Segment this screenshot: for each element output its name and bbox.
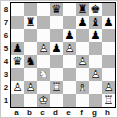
file-label-g: g (88, 108, 101, 118)
file-label-c: c (36, 108, 49, 118)
square-e8[interactable] (63, 3, 76, 16)
square-f2[interactable]: ♝♗ (76, 81, 89, 94)
square-h6[interactable] (102, 29, 115, 42)
white-bishop: ♝♗ (76, 81, 89, 94)
black-pawn: ♟ (89, 29, 102, 42)
square-d8[interactable]: ♛ (50, 3, 63, 16)
black-pawn: ♟ (50, 42, 63, 55)
black-queen: ♛ (50, 3, 63, 16)
chess-board: ♛♜♚♜♟♝♟♟♟♟♟♙♟♟♙♛♞♟♙♞♘♟♙♟♙♟♙♜♖♝♗♟♙♚♔♜♖ (10, 2, 116, 108)
white-pawn: ♟♙ (89, 68, 102, 81)
square-c3[interactable]: ♞♘ (37, 68, 50, 81)
black-knight-glyph: ♞ (25, 54, 35, 68)
square-a1[interactable] (11, 94, 24, 107)
file-label-d: d (49, 108, 62, 118)
rank-label-5: 5 (2, 42, 10, 55)
file-label-f: f (75, 108, 88, 118)
white-rook: ♜♖ (102, 94, 115, 107)
white-pawn-glyph: ♙ (64, 41, 74, 55)
black-bishop-glyph: ♝ (90, 15, 100, 29)
square-e3[interactable] (63, 68, 76, 81)
square-a7[interactable] (11, 16, 24, 29)
file-label-h: h (101, 108, 114, 118)
white-rook-glyph: ♖ (51, 80, 61, 94)
square-d4[interactable] (50, 55, 63, 68)
rank-label-6: 6 (2, 29, 10, 42)
black-pawn-glyph: ♟ (51, 41, 61, 55)
square-c8[interactable] (37, 3, 50, 16)
square-h7[interactable]: ♟ (102, 16, 115, 29)
white-bishop-glyph: ♗ (77, 80, 87, 94)
square-b2[interactable]: ♟♙ (24, 81, 37, 94)
square-b7[interactable]: ♜ (24, 16, 37, 29)
black-queen-glyph: ♛ (12, 54, 22, 68)
white-pawn-glyph: ♙ (38, 41, 48, 55)
white-king: ♚♔ (37, 94, 50, 107)
square-f7[interactable]: ♟ (76, 16, 89, 29)
rank-label-3: 3 (2, 68, 10, 81)
white-pawn-glyph: ♙ (25, 80, 35, 94)
black-pawn-glyph: ♟ (64, 28, 74, 42)
black-pawn: ♟ (102, 16, 115, 29)
square-b1[interactable] (24, 94, 37, 107)
white-king-glyph: ♔ (38, 93, 48, 107)
black-knight: ♞ (24, 55, 37, 68)
board-row: 87654321 ♛♜♚♜♟♝♟♟♟♟♟♙♟♟♙♛♞♟♙♞♘♟♙♟♙♟♙♜♖♝♗… (2, 2, 117, 108)
chess-diagram: 87654321 ♛♜♚♜♟♝♟♟♟♟♟♙♟♟♙♛♞♟♙♞♘♟♙♟♙♟♙♜♖♝♗… (0, 0, 118, 118)
white-pawn: ♟♙ (11, 81, 24, 94)
black-queen-glyph: ♛ (51, 2, 61, 16)
square-a2[interactable]: ♟♙ (11, 81, 24, 94)
white-pawn: ♟♙ (76, 55, 89, 68)
square-e1[interactable] (63, 94, 76, 107)
white-pawn: ♟♙ (37, 42, 50, 55)
rank-label-2: 2 (2, 81, 10, 94)
square-b6[interactable] (24, 29, 37, 42)
rank-label-1: 1 (2, 94, 10, 107)
file-label-e: e (62, 108, 75, 118)
black-rook-glyph: ♜ (77, 2, 87, 16)
square-d5[interactable]: ♟ (50, 42, 63, 55)
square-g1[interactable] (89, 94, 102, 107)
square-f1[interactable] (76, 94, 89, 107)
square-a8[interactable] (11, 3, 24, 16)
square-a4[interactable]: ♛ (11, 55, 24, 68)
white-rook-glyph: ♖ (103, 93, 113, 107)
square-c5[interactable]: ♟♙ (37, 42, 50, 55)
white-pawn: ♟♙ (63, 42, 76, 55)
square-g2[interactable] (89, 81, 102, 94)
square-g3[interactable]: ♟♙ (89, 68, 102, 81)
square-h1[interactable]: ♜♖ (102, 94, 115, 107)
square-g6[interactable]: ♟ (89, 29, 102, 42)
black-queen: ♛ (11, 55, 24, 68)
square-c1[interactable]: ♚♔ (37, 94, 50, 107)
file-labels: abcdefgh (10, 108, 117, 118)
rank-labels: 87654321 (2, 2, 10, 108)
black-pawn-glyph: ♟ (103, 15, 113, 29)
file-label-a: a (10, 108, 23, 118)
white-rook: ♜♖ (50, 81, 63, 94)
square-f4[interactable]: ♟♙ (76, 55, 89, 68)
black-king-glyph: ♚ (90, 2, 100, 16)
rank-label-7: 7 (2, 16, 10, 29)
square-g5[interactable] (89, 42, 102, 55)
square-c7[interactable] (37, 16, 50, 29)
white-pawn-glyph: ♙ (77, 54, 87, 68)
black-pawn-glyph: ♟ (77, 15, 87, 29)
square-f6[interactable] (76, 29, 89, 42)
rank-label-4: 4 (2, 55, 10, 68)
white-knight-glyph: ♘ (38, 67, 48, 81)
black-rook: ♜ (24, 16, 37, 29)
white-pawn-glyph: ♙ (12, 80, 22, 94)
square-d7[interactable] (50, 16, 63, 29)
white-pawn: ♟♙ (24, 81, 37, 94)
square-d2[interactable]: ♜♖ (50, 81, 63, 94)
black-pawn: ♟ (76, 16, 89, 29)
file-label-b: b (23, 108, 36, 118)
black-pawn-glyph: ♟ (12, 41, 22, 55)
square-e2[interactable] (63, 81, 76, 94)
white-knight: ♞♘ (37, 68, 50, 81)
black-rook-glyph: ♜ (25, 15, 35, 29)
square-h5[interactable] (102, 42, 115, 55)
square-e5[interactable]: ♟♙ (63, 42, 76, 55)
black-pawn-glyph: ♟ (90, 28, 100, 42)
square-e4[interactable] (63, 55, 76, 68)
white-pawn-glyph: ♙ (90, 67, 100, 81)
square-b4[interactable]: ♞ (24, 55, 37, 68)
square-h4[interactable] (102, 55, 115, 68)
square-d1[interactable] (50, 94, 63, 107)
rank-label-8: 8 (2, 3, 10, 16)
white-pawn-glyph: ♙ (103, 80, 113, 94)
